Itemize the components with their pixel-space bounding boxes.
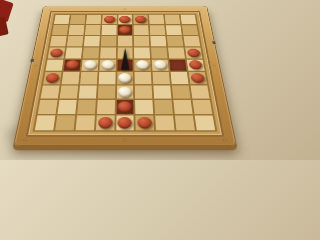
square-h7[interactable] — [172, 86, 190, 99]
square-e2[interactable] — [118, 25, 133, 35]
frame-ornament-icon: ∴ — [212, 63, 216, 67]
square-g9[interactable] — [155, 115, 174, 130]
frame-ornament-icon: ∴ — [222, 137, 227, 142]
square-b5[interactable] — [63, 59, 80, 71]
square-b4[interactable] — [65, 47, 82, 58]
square-i6[interactable] — [189, 72, 207, 84]
white-defender-piece[interactable] — [118, 87, 132, 97]
square-d7[interactable] — [97, 86, 114, 99]
white-defender-piece[interactable] — [101, 61, 114, 70]
square-a7[interactable] — [40, 86, 59, 99]
red-attacker-piece[interactable] — [45, 73, 60, 83]
square-d5[interactable] — [99, 59, 115, 71]
square-a6[interactable] — [43, 72, 61, 84]
tablut-board: ∴ ∴ ∴ ∴ ∴ ∴ ∴ ∴ — [13, 6, 237, 146]
square-d1[interactable] — [102, 15, 117, 24]
board-grid — [33, 14, 218, 132]
square-g8[interactable] — [155, 100, 174, 114]
square-h9[interactable] — [175, 115, 195, 130]
white-defender-piece[interactable] — [118, 73, 131, 83]
square-c8[interactable] — [77, 100, 96, 114]
square-d2[interactable] — [101, 25, 116, 35]
red-attacker-piece[interactable] — [138, 117, 153, 129]
square-a2[interactable] — [52, 25, 68, 35]
red-attacker-piece[interactable] — [189, 61, 203, 70]
board-inner-frame — [26, 11, 224, 137]
square-i7[interactable] — [191, 86, 210, 99]
square-e3[interactable] — [117, 36, 132, 46]
square-i2[interactable] — [182, 25, 198, 35]
square-h6[interactable] — [171, 72, 189, 84]
square-f7[interactable] — [135, 86, 152, 99]
square-f3[interactable] — [134, 36, 149, 46]
square-a4[interactable] — [48, 47, 65, 58]
square-i5[interactable] — [187, 59, 205, 71]
square-h8[interactable] — [174, 100, 193, 114]
square-h4[interactable] — [168, 47, 185, 58]
square-f9[interactable] — [136, 115, 155, 130]
brass-clasp — [30, 58, 34, 62]
square-a8[interactable] — [38, 100, 58, 114]
square-d4[interactable] — [100, 47, 116, 58]
white-defender-piece[interactable] — [136, 61, 149, 70]
red-attacker-piece[interactable] — [191, 73, 206, 83]
square-c7[interactable] — [78, 86, 96, 99]
square-c1[interactable] — [86, 15, 101, 24]
square-g3[interactable] — [151, 36, 167, 46]
square-c9[interactable] — [75, 115, 94, 130]
square-i1[interactable] — [181, 15, 197, 24]
square-i9[interactable] — [195, 115, 215, 130]
scene: ∴ ∴ ∴ ∴ ∴ ∴ ∴ ∴ — [0, 0, 251, 160]
square-f4[interactable] — [134, 47, 150, 58]
photo-background: { "game": "Tablut (hnefatafl family), wo… — [0, 0, 251, 160]
square-d8[interactable] — [97, 100, 115, 114]
square-c5[interactable] — [81, 59, 98, 71]
king-piece[interactable] — [121, 48, 130, 70]
square-h3[interactable] — [167, 36, 183, 46]
red-attacker-piece[interactable] — [119, 16, 130, 23]
red-attacker-piece[interactable] — [118, 117, 133, 129]
white-defender-piece[interactable] — [154, 61, 167, 70]
square-d6[interactable] — [98, 72, 115, 84]
square-b2[interactable] — [68, 25, 84, 35]
red-attacker-piece[interactable] — [187, 48, 201, 57]
square-i3[interactable] — [184, 36, 201, 46]
square-a5[interactable] — [45, 59, 63, 71]
red-attacker-piece[interactable] — [50, 48, 64, 57]
frame-ornament-icon: ∴ — [124, 8, 127, 11]
square-g2[interactable] — [150, 25, 165, 35]
square-g5[interactable] — [152, 59, 169, 71]
square-f6[interactable] — [135, 72, 152, 84]
square-h1[interactable] — [165, 15, 180, 24]
square-e9[interactable] — [116, 115, 134, 130]
square-b6[interactable] — [61, 72, 79, 84]
red-attacker-piece[interactable] — [135, 16, 147, 23]
square-a3[interactable] — [50, 36, 67, 46]
square-a9[interactable] — [35, 115, 55, 130]
square-b1[interactable] — [70, 15, 85, 24]
square-e6[interactable] — [117, 72, 134, 84]
square-b7[interactable] — [59, 86, 78, 99]
square-g4[interactable] — [151, 47, 167, 58]
square-c3[interactable] — [84, 36, 100, 46]
square-e1[interactable] — [118, 15, 132, 24]
square-f1[interactable] — [134, 15, 149, 24]
red-attacker-piece[interactable] — [65, 61, 79, 70]
square-c2[interactable] — [85, 25, 100, 35]
red-attacker-piece[interactable] — [118, 102, 132, 113]
square-f5[interactable] — [135, 59, 151, 71]
square-f2[interactable] — [134, 25, 149, 35]
white-defender-piece[interactable] — [83, 61, 96, 70]
square-g7[interactable] — [154, 86, 172, 99]
brass-clasp — [212, 41, 216, 44]
square-e5[interactable] — [117, 59, 133, 71]
square-g1[interactable] — [149, 15, 164, 24]
red-attacker-piece[interactable] — [103, 16, 115, 23]
square-h5[interactable] — [169, 59, 186, 71]
square-f8[interactable] — [135, 100, 153, 114]
square-e8[interactable] — [116, 100, 134, 114]
square-a1[interactable] — [54, 15, 70, 24]
red-attacker-piece[interactable] — [119, 26, 131, 34]
frame-ornament-icon: ∴ — [123, 138, 127, 143]
square-b3[interactable] — [67, 36, 83, 46]
square-c6[interactable] — [80, 72, 97, 84]
frame-ornament-icon: ∴ — [23, 137, 28, 142]
red-attacker-piece[interactable] — [98, 117, 113, 129]
square-e7[interactable] — [116, 86, 133, 99]
square-d9[interactable] — [96, 115, 115, 130]
square-b8[interactable] — [57, 100, 76, 114]
square-h2[interactable] — [166, 25, 182, 35]
frame-ornament-icon: ∴ — [34, 63, 38, 67]
square-i4[interactable] — [185, 47, 202, 58]
square-i8[interactable] — [193, 100, 213, 114]
square-c4[interactable] — [82, 47, 98, 58]
square-b9[interactable] — [55, 115, 75, 130]
square-g6[interactable] — [153, 72, 170, 84]
square-d3[interactable] — [101, 36, 117, 46]
